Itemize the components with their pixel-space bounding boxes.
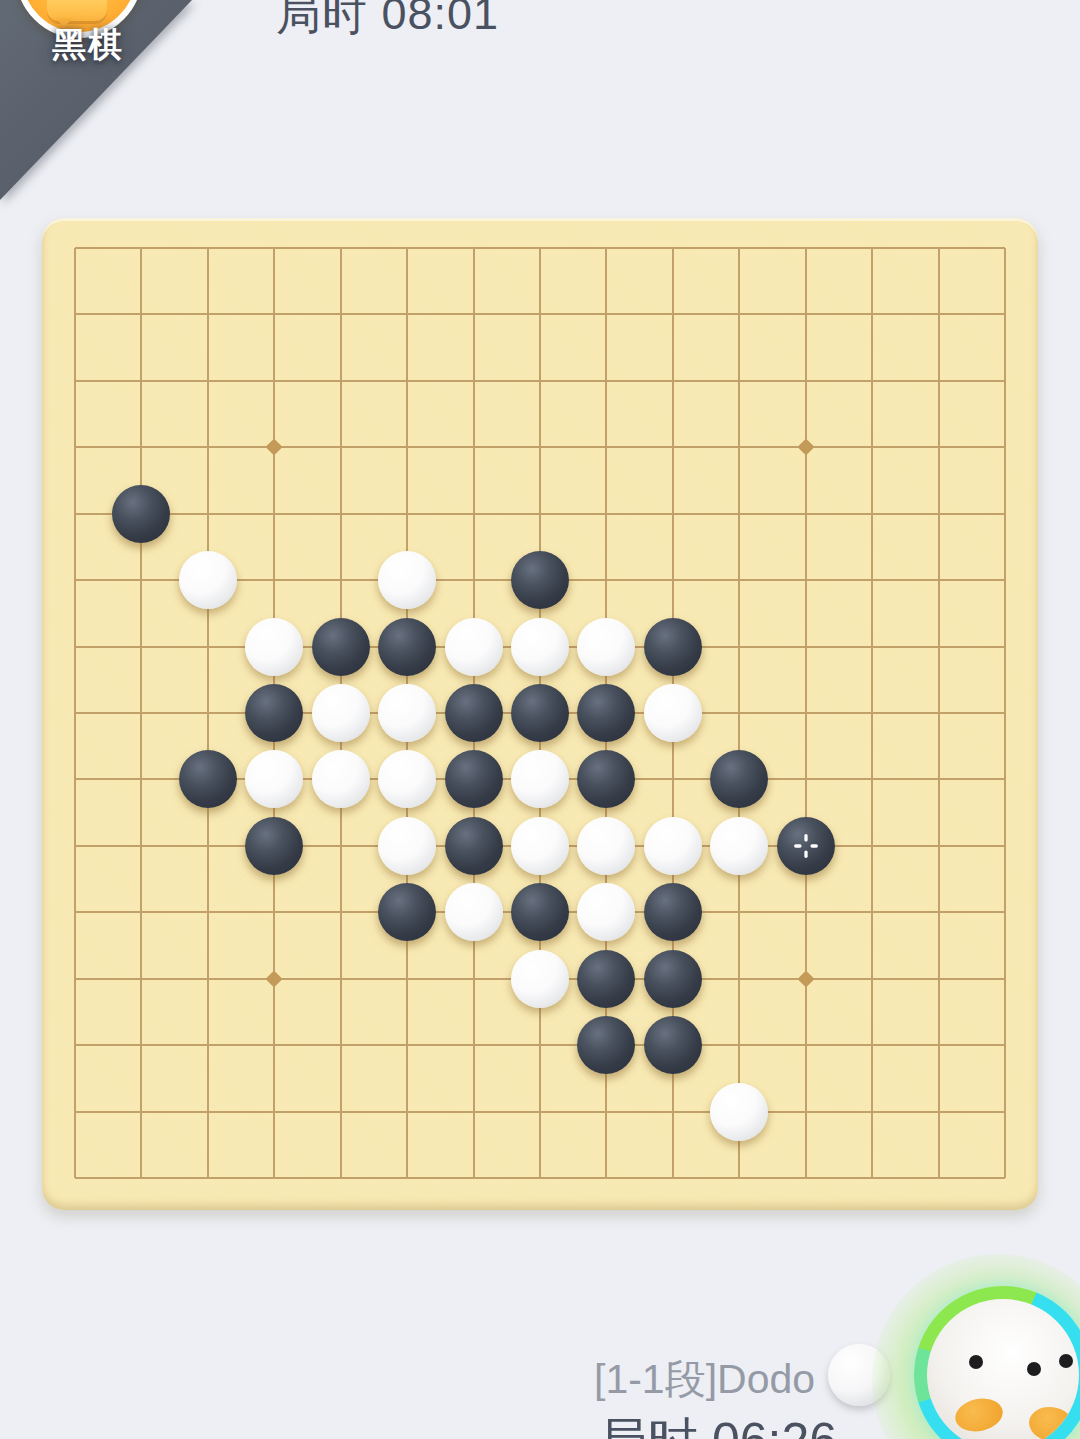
black-stone bbox=[245, 684, 303, 742]
black-stone bbox=[644, 1016, 702, 1074]
white-stone bbox=[577, 883, 635, 941]
duck-eye bbox=[1027, 1362, 1041, 1376]
top-player-timer: 局时 08:01 bbox=[276, 0, 499, 44]
black-stone bbox=[511, 883, 569, 941]
star-point bbox=[266, 439, 283, 456]
white-stone bbox=[511, 817, 569, 875]
star-point bbox=[797, 970, 814, 987]
duck-avatar-photo bbox=[927, 1299, 1079, 1439]
last-move-marker bbox=[792, 832, 820, 860]
white-stone bbox=[245, 750, 303, 808]
black-stone bbox=[378, 883, 436, 941]
white-stone bbox=[577, 817, 635, 875]
black-stone bbox=[710, 750, 768, 808]
white-stone bbox=[511, 950, 569, 1008]
bottom-player-name: [1-1段]Dodo bbox=[594, 1352, 815, 1407]
black-stone bbox=[577, 750, 635, 808]
black-stone bbox=[179, 750, 237, 808]
black-stone bbox=[644, 883, 702, 941]
white-stone bbox=[710, 1083, 768, 1141]
white-stone bbox=[511, 750, 569, 808]
duck-beak bbox=[1027, 1404, 1075, 1439]
star-point bbox=[797, 439, 814, 456]
grid-line-v bbox=[805, 248, 807, 1178]
grid-line-h bbox=[75, 1044, 1005, 1046]
white-stone bbox=[577, 618, 635, 676]
black-stone bbox=[445, 750, 503, 808]
white-stone bbox=[312, 684, 370, 742]
black-stone bbox=[511, 551, 569, 609]
grid-line-v bbox=[938, 248, 940, 1178]
duck-eye bbox=[1059, 1354, 1073, 1368]
white-stone bbox=[378, 750, 436, 808]
board[interactable] bbox=[42, 218, 1038, 1210]
white-stone bbox=[245, 618, 303, 676]
black-stone bbox=[445, 684, 503, 742]
duck-eye bbox=[969, 1355, 983, 1369]
chat-bubble-icon bbox=[47, 0, 107, 24]
grid-line-v bbox=[871, 248, 873, 1178]
black-stone-last-move bbox=[777, 817, 835, 875]
white-stone bbox=[445, 618, 503, 676]
grid-line-h bbox=[75, 1177, 1005, 1179]
white-stone bbox=[378, 684, 436, 742]
black-stone bbox=[577, 1016, 635, 1074]
grid-line-v bbox=[738, 248, 740, 1178]
white-stone bbox=[710, 817, 768, 875]
top-player-side-label: 黑棋 bbox=[36, 22, 140, 68]
black-stone bbox=[644, 950, 702, 1008]
white-stone bbox=[445, 883, 503, 941]
black-stone bbox=[644, 618, 702, 676]
white-stone bbox=[378, 551, 436, 609]
black-stone bbox=[577, 950, 635, 1008]
black-stone bbox=[245, 817, 303, 875]
black-stone bbox=[312, 618, 370, 676]
star-point bbox=[266, 970, 283, 987]
white-stone bbox=[644, 817, 702, 875]
black-stone bbox=[511, 684, 569, 742]
white-stone bbox=[378, 817, 436, 875]
white-stone bbox=[312, 750, 370, 808]
grid-line-h bbox=[75, 1111, 1005, 1113]
white-stone bbox=[179, 551, 237, 609]
white-stone bbox=[644, 684, 702, 742]
black-stone bbox=[112, 485, 170, 543]
duck-beak bbox=[952, 1394, 1006, 1435]
black-stone bbox=[577, 684, 635, 742]
game-screen: 黑棋 局时 08:01 [1-1段]Dodo 局时 06:26 bbox=[0, 0, 1080, 1439]
black-stone bbox=[445, 817, 503, 875]
black-stone bbox=[378, 618, 436, 676]
white-stone bbox=[511, 618, 569, 676]
grid-line-v bbox=[1004, 248, 1006, 1178]
bottom-player-timer: 局时 06:26 bbox=[598, 1408, 837, 1439]
